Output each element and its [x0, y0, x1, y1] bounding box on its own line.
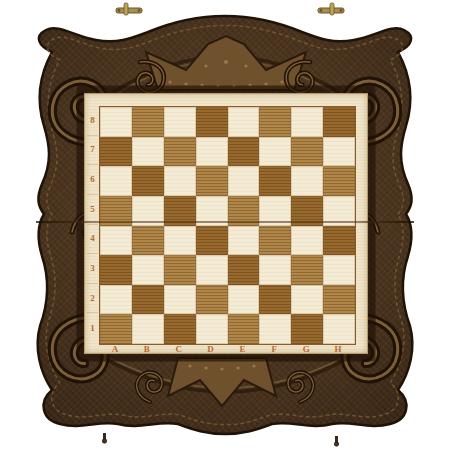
square-e2[interactable]: [228, 285, 260, 315]
square-f6[interactable]: [259, 166, 291, 196]
square-e3[interactable]: [228, 255, 260, 285]
square-d4[interactable]: [196, 226, 228, 256]
square-g6[interactable]: [291, 166, 323, 196]
file-labels: ABCDEFGH: [99, 344, 354, 355]
rank-label-6: 6: [87, 165, 98, 195]
square-c4[interactable]: [164, 226, 196, 256]
square-e7[interactable]: [228, 137, 260, 167]
rank-label-3: 3: [87, 254, 98, 284]
board-panel: 87654321 ABCDEFGH: [84, 93, 368, 354]
rank-label-2: 2: [87, 284, 98, 314]
square-a8[interactable]: [100, 107, 132, 137]
file-label-c: C: [163, 344, 195, 355]
square-c3[interactable]: [164, 255, 196, 285]
file-label-a: A: [99, 344, 131, 355]
square-b4[interactable]: [132, 226, 164, 256]
square-a6[interactable]: [100, 166, 132, 196]
square-b7[interactable]: [132, 137, 164, 167]
square-g8[interactable]: [291, 107, 323, 137]
square-h8[interactable]: [323, 107, 355, 137]
hinge-left: [116, 3, 142, 15]
square-f1[interactable]: [259, 314, 291, 344]
square-h7[interactable]: [323, 137, 355, 167]
fold-seam: [36, 221, 414, 223]
square-e4[interactable]: [228, 226, 260, 256]
square-f7[interactable]: [259, 137, 291, 167]
square-c2[interactable]: [164, 285, 196, 315]
square-h4[interactable]: [323, 226, 355, 256]
square-h6[interactable]: [323, 166, 355, 196]
hinge-right: [318, 3, 344, 15]
square-b8[interactable]: [132, 107, 164, 137]
square-e8[interactable]: [228, 107, 260, 137]
square-h1[interactable]: [323, 314, 355, 344]
square-a1[interactable]: [100, 314, 132, 344]
square-h2[interactable]: [323, 285, 355, 315]
square-c1[interactable]: [164, 314, 196, 344]
square-f8[interactable]: [259, 107, 291, 137]
chess-board-grid: [99, 106, 356, 345]
file-label-h: H: [322, 344, 354, 355]
rank-label-7: 7: [87, 136, 98, 166]
square-b6[interactable]: [132, 166, 164, 196]
square-d7[interactable]: [196, 137, 228, 167]
square-c6[interactable]: [164, 166, 196, 196]
square-a4[interactable]: [100, 226, 132, 256]
rank-labels: 87654321: [87, 106, 98, 343]
square-g3[interactable]: [291, 255, 323, 285]
square-d3[interactable]: [196, 255, 228, 285]
file-label-f: F: [258, 344, 290, 355]
square-e1[interactable]: [228, 314, 260, 344]
file-label-e: E: [227, 344, 259, 355]
square-b3[interactable]: [132, 255, 164, 285]
square-c7[interactable]: [164, 137, 196, 167]
square-a2[interactable]: [100, 285, 132, 315]
square-c8[interactable]: [164, 107, 196, 137]
square-h3[interactable]: [323, 255, 355, 285]
square-d1[interactable]: [196, 314, 228, 344]
rank-label-8: 8: [87, 106, 98, 136]
square-f4[interactable]: [259, 226, 291, 256]
square-f3[interactable]: [259, 255, 291, 285]
square-b1[interactable]: [132, 314, 164, 344]
carved-chess-board-photo: 87654321 ABCDEFGH: [0, 0, 450, 450]
square-e6[interactable]: [228, 166, 260, 196]
square-g7[interactable]: [291, 137, 323, 167]
square-d8[interactable]: [196, 107, 228, 137]
square-g2[interactable]: [291, 285, 323, 315]
square-d6[interactable]: [196, 166, 228, 196]
foot-pin-right: [334, 436, 338, 446]
square-a3[interactable]: [100, 255, 132, 285]
square-b2[interactable]: [132, 285, 164, 315]
foot-pin-left: [102, 433, 106, 443]
rank-label-1: 1: [87, 313, 98, 343]
square-d2[interactable]: [196, 285, 228, 315]
file-label-b: B: [131, 344, 163, 355]
file-label-g: G: [290, 344, 322, 355]
square-g1[interactable]: [291, 314, 323, 344]
square-f2[interactable]: [259, 285, 291, 315]
file-label-d: D: [195, 344, 227, 355]
square-g4[interactable]: [291, 226, 323, 256]
square-a7[interactable]: [100, 137, 132, 167]
rank-label-4: 4: [87, 225, 98, 255]
